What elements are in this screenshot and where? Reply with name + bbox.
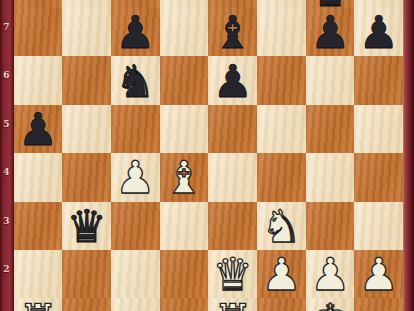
piece-white-king-g1[interactable]: ♚ — [310, 298, 350, 311]
square-a7[interactable] — [14, 8, 63, 56]
square-d7[interactable] — [160, 8, 209, 56]
square-f7[interactable] — [257, 8, 306, 56]
square-a6[interactable] — [14, 56, 63, 104]
square-b4[interactable] — [62, 153, 111, 201]
piece-black-pawn-a5[interactable]: ♟ — [18, 107, 58, 152]
square-c5[interactable] — [111, 105, 160, 153]
square-b7[interactable] — [62, 8, 111, 56]
piece-white-queen-e2[interactable]: ♛ — [212, 252, 252, 297]
square-d3[interactable] — [160, 202, 209, 250]
piece-black-bishop-e7[interactable]: ♝ — [212, 10, 252, 55]
square-b1[interactable] — [62, 298, 111, 311]
piece-black-pawn-c7[interactable]: ♟ — [115, 10, 155, 55]
piece-white-pawn-g2[interactable]: ♟ — [310, 252, 350, 297]
rank-label-6: 6 — [2, 70, 12, 80]
square-g6[interactable] — [306, 56, 355, 104]
square-d2[interactable] — [160, 250, 209, 298]
square-h5[interactable] — [354, 105, 403, 153]
square-e3[interactable] — [208, 202, 257, 250]
square-f4[interactable] — [257, 153, 306, 201]
square-d5[interactable] — [160, 105, 209, 153]
square-a8[interactable] — [14, 0, 63, 8]
square-a2[interactable] — [14, 250, 63, 298]
square-e4[interactable] — [208, 153, 257, 201]
piece-black-pawn-e6[interactable]: ♟ — [212, 58, 252, 103]
square-a4[interactable] — [14, 153, 63, 201]
square-b8[interactable] — [62, 0, 111, 8]
square-h4[interactable] — [354, 153, 403, 201]
chess-board-screenshot: 765432♚♟♝♟♟♞♟♟♟♝♛♞♛♟♟♟♜♜♚ — [0, 0, 414, 311]
square-g5[interactable] — [306, 105, 355, 153]
square-a3[interactable] — [14, 202, 63, 250]
piece-black-queen-b3[interactable]: ♛ — [66, 203, 106, 248]
square-g4[interactable] — [306, 153, 355, 201]
rank-label-5: 5 — [2, 119, 12, 129]
square-b6[interactable] — [62, 56, 111, 104]
square-g3[interactable] — [306, 202, 355, 250]
square-b2[interactable] — [62, 250, 111, 298]
piece-white-bishop-d4[interactable]: ♝ — [164, 155, 204, 200]
rank-label-2: 2 — [2, 264, 12, 274]
square-h6[interactable] — [354, 56, 403, 104]
square-c2[interactable] — [111, 250, 160, 298]
square-b5[interactable] — [62, 105, 111, 153]
piece-black-knight-c6[interactable]: ♞ — [115, 58, 155, 103]
piece-white-knight-f3[interactable]: ♞ — [261, 203, 301, 248]
square-c3[interactable] — [111, 202, 160, 250]
piece-white-pawn-c4[interactable]: ♟ — [115, 155, 155, 200]
square-f6[interactable] — [257, 56, 306, 104]
piece-white-rook-a1[interactable]: ♜ — [18, 298, 58, 311]
rank-label-3: 3 — [2, 216, 12, 226]
rank-label-7: 7 — [2, 22, 12, 32]
square-d8[interactable] — [160, 0, 209, 8]
piece-white-pawn-f2[interactable]: ♟ — [261, 252, 301, 297]
piece-black-pawn-g7[interactable]: ♟ — [310, 10, 350, 55]
square-f8[interactable] — [257, 0, 306, 8]
rank-label-4: 4 — [2, 167, 12, 177]
piece-black-pawn-h7[interactable]: ♟ — [359, 10, 399, 55]
piece-white-pawn-h2[interactable]: ♟ — [359, 252, 399, 297]
square-d6[interactable] — [160, 56, 209, 104]
board-frame-right — [403, 0, 414, 311]
piece-white-rook-e1[interactable]: ♜ — [212, 298, 252, 311]
square-h3[interactable] — [354, 202, 403, 250]
square-f5[interactable] — [257, 105, 306, 153]
square-d1[interactable] — [160, 298, 209, 311]
square-e5[interactable] — [208, 105, 257, 153]
square-c1[interactable] — [111, 298, 160, 311]
